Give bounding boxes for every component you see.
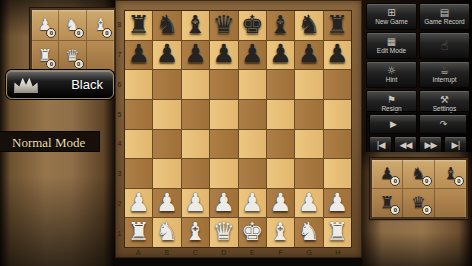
file-label-g: G [295,248,324,258]
square-e5[interactable] [239,100,266,129]
white-pawn: ♟ [156,190,178,215]
mode-label: Normal Mode [12,135,85,150]
black-bishop: ♝ [269,12,291,37]
square-e4[interactable] [239,130,266,159]
square-g7[interactable]: ♟ [295,41,322,70]
play-button[interactable]: ▶ [369,114,417,134]
square-b7[interactable]: ♟ [153,41,180,70]
tray-cell: ♜0 [32,41,59,72]
square-g3[interactable] [295,159,322,188]
playback-panel: ▶↷ |◀◀◀▶▶▶| [366,111,470,157]
rank-label-2: 2 [115,189,124,219]
tray-cell: ♛0 [59,41,86,72]
rank-label-6: 6 [115,70,124,100]
square-f2[interactable]: ♟ [267,189,294,218]
black-rook: ♜ [127,12,149,37]
square-h7[interactable]: ♟ [324,41,351,70]
square-d2[interactable]: ♟ [210,189,237,218]
square-d5[interactable] [210,100,237,129]
square-b3[interactable] [153,159,180,188]
square-b5[interactable] [153,100,180,129]
file-label-h: H [324,248,353,258]
square-d8[interactable]: ♛ [210,11,237,40]
game-record-button[interactable]: ▤Game Record [419,3,470,30]
playback-top-row: ▶↷ [369,114,467,134]
square-c2[interactable]: ♟ [182,189,209,218]
tray-cell: ♜0 [372,189,403,218]
square-f5[interactable] [267,100,294,129]
tray-cell: ♝0 [435,160,466,189]
board-squares: ♜♞♝♛♚♝♞♜♟♟♟♟♟♟♟♟♟♟♟♟♟♟♟♟♜♞♝♛♚♝♞♜ [124,10,352,248]
captured-count: 0 [390,205,400,215]
file-label-b: B [153,248,182,258]
square-c3[interactable] [182,159,209,188]
white-knight: ♞ [156,219,178,244]
play-icon: ▶ [390,120,396,129]
square-h6[interactable] [324,70,351,99]
mode-banner: Normal Mode [0,131,100,152]
white-pawn: ♟ [298,190,320,215]
tray-cell: ♞0 [59,10,86,41]
black-knight: ♞ [156,12,178,37]
white-rook: ♜ [326,219,348,244]
file-label-a: A [124,248,153,258]
curved-arrow-icon: ↷ [440,120,447,129]
square-e6[interactable] [239,70,266,99]
rewind-icon: ◀◀ [400,141,412,150]
skip-end-icon: ▶| [452,141,460,150]
square-d7[interactable]: ♟ [210,41,237,70]
captured-count: 0 [74,28,84,38]
edit-mode-label: Edit Mode [377,47,406,54]
captured-count: 0 [102,28,112,38]
white-pawn: ♟ [326,190,348,215]
move-now-button[interactable]: ☝ [419,32,470,59]
square-a7[interactable]: ♟ [125,41,152,70]
lightbulb-icon: ☼ [387,66,396,76]
new-game-icon: ⊞ [387,8,395,18]
file-label-c: C [181,248,210,258]
square-a4[interactable] [125,130,152,159]
square-h4[interactable] [324,130,351,159]
square-f8[interactable]: ♝ [267,11,294,40]
app-window: ♟0♞0♝0♜0♛0 Black Normal Mode 87654321 AB… [0,0,472,266]
white-pawn: ♟ [269,190,291,215]
game-record-label: Game Record [424,18,464,25]
square-f4[interactable] [267,130,294,159]
black-rook: ♜ [326,12,348,37]
square-c6[interactable] [182,70,209,99]
captured-count: 0 [422,176,432,186]
black-pawn: ♟ [184,41,206,66]
square-e1[interactable]: ♚ [239,218,266,247]
take-back-button[interactable]: ↷ [419,114,467,134]
control-buttons: ⊞New Game▤Game Record▦Edit Mode☝☼Hint☕In… [366,3,470,117]
tray-cell [87,41,114,72]
black-knight: ♞ [298,12,320,37]
captured-count: 0 [74,59,84,69]
square-a6[interactable] [125,70,152,99]
square-b1[interactable]: ♞ [153,218,180,247]
white-knight: ♞ [298,219,320,244]
white-rook: ♜ [127,219,149,244]
hint-label: Hint [386,76,398,83]
square-c5[interactable] [182,100,209,129]
square-d1[interactable]: ♛ [210,218,237,247]
white-king: ♚ [241,219,263,244]
square-c8[interactable]: ♝ [182,11,209,40]
square-e8[interactable]: ♚ [239,11,266,40]
tray-cell: ♞0 [403,160,434,189]
new-game-label: New Game [375,18,408,25]
edit-mode-button[interactable]: ▦Edit Mode [366,32,417,59]
interrupt-label: Interrupt [432,76,456,83]
wrench-icon: ⚒ [440,95,449,105]
square-b4[interactable] [153,130,180,159]
tray-cell: ♟0 [372,160,403,189]
black-king: ♚ [241,12,263,37]
square-a8[interactable]: ♜ [125,11,152,40]
skip-start-icon: |◀ [377,141,385,150]
file-label-d: D [210,248,239,258]
black-queen: ♛ [213,12,235,37]
edit-mode-icon: ▦ [387,37,396,47]
captured-count: 0 [422,205,432,215]
square-f3[interactable] [267,159,294,188]
hand-icon: ☝ [441,41,449,51]
square-g8[interactable]: ♞ [295,11,322,40]
square-d4[interactable] [210,130,237,159]
black-pawn: ♟ [326,41,348,66]
file-label-f: F [267,248,296,258]
square-d6[interactable] [210,70,237,99]
white-pawn: ♟ [127,190,149,215]
square-b8[interactable]: ♞ [153,11,180,40]
square-e7[interactable]: ♟ [239,41,266,70]
rank-label-8: 8 [115,10,124,40]
square-c7[interactable]: ♟ [182,41,209,70]
square-f7[interactable]: ♟ [267,41,294,70]
square-g4[interactable] [295,130,322,159]
game-record-icon: ▤ [440,8,449,18]
tray-cell: ♛0 [403,189,434,218]
square-a1[interactable]: ♜ [125,218,152,247]
left-panel: ♟0♞0♝0♜0♛0 Black Normal Mode [0,0,115,266]
square-c4[interactable] [182,130,209,159]
black-bishop: ♝ [184,12,206,37]
square-e3[interactable] [239,159,266,188]
white-bishop: ♝ [184,219,206,244]
rank-labels: 87654321 [115,10,124,248]
black-pawn: ♟ [127,41,149,66]
rank-label-5: 5 [115,99,124,129]
black-player-label: Black [71,77,113,92]
square-g2[interactable]: ♟ [295,189,322,218]
captured-count: 0 [454,176,464,186]
interrupt-button[interactable]: ☕Interrupt [419,61,470,88]
file-label-e: E [238,248,267,258]
square-f1[interactable]: ♝ [267,218,294,247]
hint-button[interactable]: ☼Hint [366,61,417,88]
black-player-bar: Black [6,70,114,99]
square-f6[interactable] [267,70,294,99]
white-queen: ♛ [213,219,235,244]
white-pawn: ♟ [213,190,235,215]
rank-label-3: 3 [115,159,124,189]
black-pawn: ♟ [298,41,320,66]
right-panel-wood: ♟0♞0♝0♜0♛0 White [362,152,472,266]
black-pawn: ♟ [213,41,235,66]
square-h1[interactable]: ♜ [324,218,351,247]
square-g5[interactable] [295,100,322,129]
black-crown-icon [14,76,38,93]
square-b6[interactable] [153,70,180,99]
square-a5[interactable] [125,100,152,129]
new-game-button[interactable]: ⊞New Game [366,3,417,30]
square-h5[interactable] [324,100,351,129]
square-g1[interactable]: ♞ [295,218,322,247]
square-b2[interactable]: ♟ [153,189,180,218]
black-pawn: ♟ [241,41,263,66]
square-a2[interactable]: ♟ [125,189,152,218]
black-captured-tray: ♟0♞0♝0♜0♛0 [30,8,116,73]
square-d3[interactable] [210,159,237,188]
black-pawn: ♟ [156,41,178,66]
white-pawn: ♟ [241,190,263,215]
file-labels: ABCDEFGH [124,248,352,258]
white-pawn: ♟ [184,190,206,215]
tray-cell: ♝0 [87,10,114,41]
rank-label-1: 1 [115,218,124,248]
chess-board: 87654321 ABCDEFGH ♜♞♝♛♚♝♞♜♟♟♟♟♟♟♟♟♟♟♟♟♟♟… [115,0,362,258]
square-a3[interactable] [125,159,152,188]
rank-label-4: 4 [115,129,124,159]
white-bishop: ♝ [269,219,291,244]
captured-count: 0 [390,176,400,186]
square-e2[interactable]: ♟ [239,189,266,218]
captured-count: 0 [46,28,56,38]
white-captured-tray: ♟0♞0♝0♜0♛0 [370,158,468,219]
teapot-icon: ☕ [440,66,449,76]
square-h8[interactable]: ♜ [324,11,351,40]
square-h3[interactable] [324,159,351,188]
square-h2[interactable]: ♟ [324,189,351,218]
flag-icon: ⚑ [387,95,396,105]
tray-cell [435,189,466,218]
captured-count: 0 [46,59,56,69]
black-pawn: ♟ [269,41,291,66]
fast-forward-icon: ▶▶ [425,141,437,150]
rank-label-7: 7 [115,40,124,70]
right-panel: ⊞New Game▤Game Record▦Edit Mode☝☼Hint☕In… [362,0,472,266]
square-c1[interactable]: ♝ [182,218,209,247]
tray-cell: ♟0 [32,10,59,41]
square-g6[interactable] [295,70,322,99]
